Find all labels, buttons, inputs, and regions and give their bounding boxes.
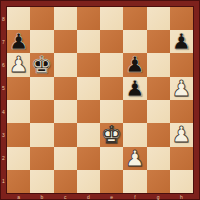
rank-label-7: 7	[0, 30, 7, 53]
square-g1[interactable]	[147, 170, 170, 193]
black-pawn-a7[interactable]: ♟	[9, 31, 29, 53]
rank-label-2: 2	[0, 147, 7, 170]
square-h1[interactable]	[170, 170, 193, 193]
square-e5[interactable]	[100, 77, 123, 100]
square-d3[interactable]	[77, 123, 100, 147]
chess-board: 87654321 abcdefgh ♟♟♟♚♟♟♟♚♟♟	[0, 0, 200, 200]
square-d5[interactable]	[77, 77, 100, 100]
file-label-a: a	[7, 193, 30, 200]
square-a4[interactable]	[7, 100, 30, 123]
rank-label-8: 8	[0, 7, 7, 30]
rank-label-5: 5	[0, 77, 7, 100]
square-g6[interactable]	[147, 53, 170, 77]
square-a5[interactable]	[7, 77, 30, 100]
white-pawn-h5[interactable]: ♟	[172, 78, 192, 100]
black-pawn-f5[interactable]: ♟	[125, 78, 145, 100]
square-h4[interactable]	[170, 100, 193, 123]
square-b1[interactable]	[30, 170, 53, 193]
square-b8[interactable]	[30, 7, 53, 30]
white-king-e3[interactable]: ♚	[101, 123, 123, 147]
square-e1[interactable]	[100, 170, 123, 193]
square-e4[interactable]	[100, 100, 123, 123]
square-g8[interactable]	[147, 7, 170, 30]
square-f5[interactable]: ♟	[123, 77, 146, 100]
square-d8[interactable]	[77, 7, 100, 30]
square-c8[interactable]	[54, 7, 77, 30]
square-e6[interactable]	[100, 53, 123, 77]
square-h8[interactable]	[170, 7, 193, 30]
white-pawn-h3[interactable]: ♟	[172, 124, 192, 146]
rank-label-1: 1	[0, 170, 7, 193]
square-f6[interactable]: ♟	[123, 53, 146, 77]
rank-labels: 87654321	[0, 7, 7, 193]
rank-label-3: 3	[0, 123, 7, 146]
square-f1[interactable]	[123, 170, 146, 193]
black-pawn-h7[interactable]: ♟	[172, 31, 192, 53]
file-label-b: b	[30, 193, 53, 200]
square-a7[interactable]: ♟	[7, 30, 30, 53]
black-pawn-f6[interactable]: ♟	[125, 54, 145, 76]
board-grid: ♟♟♟♚♟♟♟♚♟♟	[7, 7, 193, 193]
square-e3[interactable]: ♚	[100, 123, 123, 147]
square-e7[interactable]	[100, 30, 123, 53]
square-g7[interactable]	[147, 30, 170, 53]
black-king-b6[interactable]: ♚	[31, 53, 53, 77]
square-d2[interactable]	[77, 147, 100, 170]
square-f8[interactable]	[123, 7, 146, 30]
square-h2[interactable]	[170, 147, 193, 170]
file-label-d: d	[77, 193, 100, 200]
square-b4[interactable]	[30, 100, 53, 123]
square-c6[interactable]	[54, 53, 77, 77]
file-label-c: c	[54, 193, 77, 200]
square-d7[interactable]	[77, 30, 100, 53]
square-g4[interactable]	[147, 100, 170, 123]
square-c1[interactable]	[54, 170, 77, 193]
file-label-g: g	[147, 193, 170, 200]
square-b2[interactable]	[30, 147, 53, 170]
white-pawn-f2[interactable]: ♟	[125, 148, 145, 170]
square-b6[interactable]: ♚	[30, 53, 53, 77]
square-h3[interactable]: ♟	[170, 123, 193, 147]
square-h5[interactable]: ♟	[170, 77, 193, 100]
square-d4[interactable]	[77, 100, 100, 123]
rank-label-4: 4	[0, 100, 7, 123]
square-a6[interactable]: ♟	[7, 53, 30, 77]
square-c3[interactable]	[54, 123, 77, 147]
square-c5[interactable]	[54, 77, 77, 100]
square-a3[interactable]	[7, 123, 30, 147]
square-g3[interactable]	[147, 123, 170, 147]
square-f4[interactable]	[123, 100, 146, 123]
square-g2[interactable]	[147, 147, 170, 170]
square-e8[interactable]	[100, 7, 123, 30]
square-f2[interactable]: ♟	[123, 147, 146, 170]
square-a2[interactable]	[7, 147, 30, 170]
white-pawn-a6[interactable]: ♟	[9, 54, 29, 76]
file-label-e: e	[100, 193, 123, 200]
square-c7[interactable]	[54, 30, 77, 53]
square-h7[interactable]: ♟	[170, 30, 193, 53]
square-e2[interactable]	[100, 147, 123, 170]
square-g5[interactable]	[147, 77, 170, 100]
square-c2[interactable]	[54, 147, 77, 170]
square-b3[interactable]	[30, 123, 53, 147]
square-a8[interactable]	[7, 7, 30, 30]
square-b7[interactable]	[30, 30, 53, 53]
square-c4[interactable]	[54, 100, 77, 123]
square-d6[interactable]	[77, 53, 100, 77]
square-h6[interactable]	[170, 53, 193, 77]
square-f7[interactable]	[123, 30, 146, 53]
square-b5[interactable]	[30, 77, 53, 100]
file-label-f: f	[123, 193, 146, 200]
square-d1[interactable]	[77, 170, 100, 193]
file-label-h: h	[170, 193, 193, 200]
rank-label-6: 6	[0, 54, 7, 77]
square-a1[interactable]	[7, 170, 30, 193]
square-f3[interactable]	[123, 123, 146, 147]
file-labels: abcdefgh	[7, 193, 193, 200]
